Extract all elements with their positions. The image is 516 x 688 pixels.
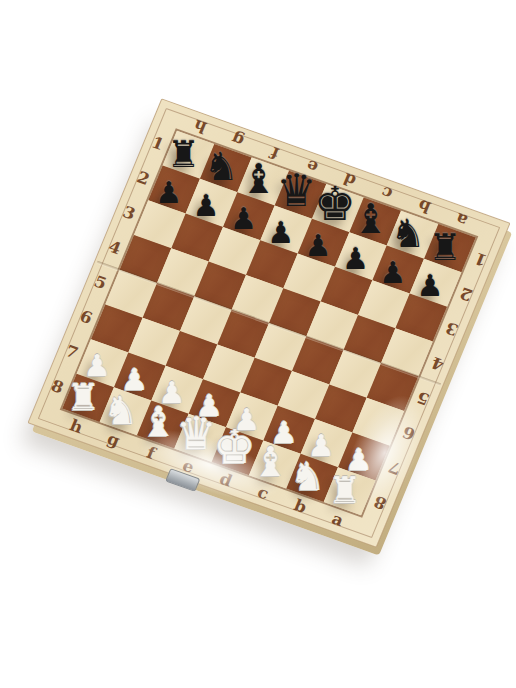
piece-white-knight[interactable]: ♞ [101, 391, 141, 430]
piece-white-rook[interactable]: ♜ [63, 379, 103, 416]
rank-label-right-8: 8 [372, 493, 389, 512]
rank-label-right-4: 4 [429, 354, 446, 373]
piece-black-bishop[interactable]: ♝ [239, 159, 279, 200]
piece-white-bishop[interactable]: ♝ [138, 402, 178, 443]
piece-black-king[interactable]: ♚ [314, 180, 354, 227]
rank-label-right-7: 7 [386, 458, 403, 477]
file-label-bottom-b: b [292, 497, 309, 516]
scene: 11hh22gg33ff44ee55dd66cc77bb88aa♜♞♝♛♚♝♞♜… [0, 0, 516, 688]
piece-white-bishop[interactable]: ♝ [250, 442, 290, 483]
metal-clasp [165, 468, 200, 492]
rank-label-left-3: 3 [120, 204, 137, 223]
file-label-bottom-f: f [145, 445, 158, 462]
piece-white-knight[interactable]: ♞ [288, 457, 328, 496]
rank-label-left-6: 6 [77, 308, 94, 327]
playing-grid: ♜♞♝♛♚♝♞♜♟♟♟♟♟♟♟♟♟♟♟♟♟♟♟♟♜♞♝♛♚♝♞♜ [62, 131, 475, 515]
file-label-bottom-a: a [330, 511, 346, 529]
file-label-bottom-c: c [255, 484, 271, 502]
piece-black-queen[interactable]: ♛ [276, 168, 316, 213]
rank-label-right-3: 3 [443, 319, 460, 338]
rank-label-right-5: 5 [415, 389, 432, 408]
piece-white-queen[interactable]: ♛ [176, 411, 216, 456]
board: 11hh22gg33ff44ee55dd66cc77bb88aa♜♞♝♛♚♝♞♜… [27, 98, 510, 547]
file-label-bottom-g: g [105, 431, 122, 450]
piece-black-bishop[interactable]: ♝ [351, 199, 391, 240]
piece-white-rook[interactable]: ♜ [325, 472, 365, 509]
file-label-bottom-h: h [67, 417, 85, 436]
rank-label-right-6: 6 [400, 423, 417, 442]
rank-label-right-1: 1 [472, 250, 489, 269]
rank-label-left-5: 5 [92, 273, 109, 292]
rank-label-left-4: 4 [106, 239, 123, 258]
piece-white-king[interactable]: ♚ [213, 423, 253, 470]
rank-label-right-2: 2 [458, 284, 475, 303]
